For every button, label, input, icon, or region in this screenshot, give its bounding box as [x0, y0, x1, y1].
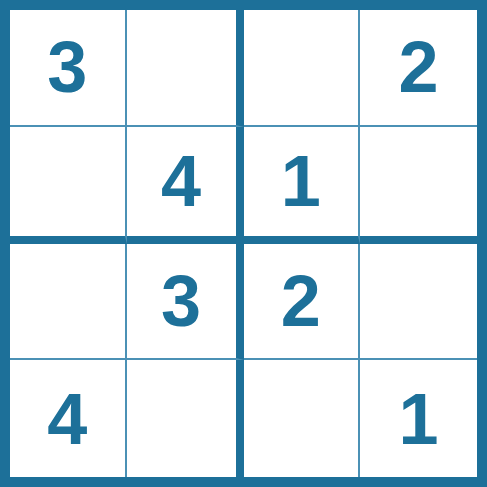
given-digit: 2 [281, 265, 321, 337]
cell-r2c4[interactable] [360, 127, 477, 244]
cell-r2c3[interactable]: 1 [244, 127, 361, 244]
cell-r4c2[interactable] [127, 360, 244, 477]
cell-r4c1[interactable]: 4 [10, 360, 127, 477]
cell-r1c3[interactable] [244, 10, 361, 127]
cell-r4c4[interactable]: 1 [360, 360, 477, 477]
cell-r3c3[interactable]: 2 [244, 244, 361, 361]
given-digit: 3 [47, 31, 87, 103]
given-digit: 4 [47, 383, 87, 455]
given-digit: 3 [161, 265, 201, 337]
cell-r1c1[interactable]: 3 [10, 10, 127, 127]
given-digit: 1 [281, 145, 321, 217]
cell-r3c2[interactable]: 3 [127, 244, 244, 361]
sudoku-board: 32413241 [0, 0, 487, 487]
cell-r3c1[interactable] [10, 244, 127, 361]
cell-r1c4[interactable]: 2 [360, 10, 477, 127]
cell-r1c2[interactable] [127, 10, 244, 127]
cell-r4c3[interactable] [244, 360, 361, 477]
cell-r2c1[interactable] [10, 127, 127, 244]
given-digit: 2 [399, 31, 439, 103]
cell-r2c2[interactable]: 4 [127, 127, 244, 244]
given-digit: 4 [161, 145, 201, 217]
cell-r3c4[interactable] [360, 244, 477, 361]
given-digit: 1 [399, 383, 439, 455]
